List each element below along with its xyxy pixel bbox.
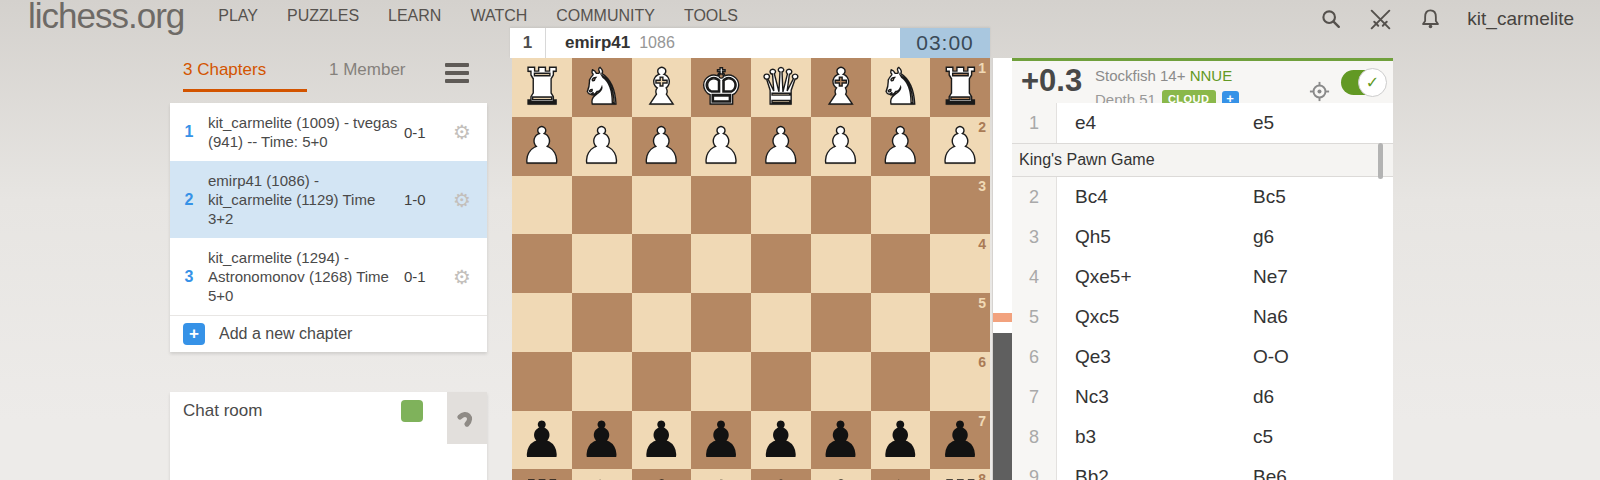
move-list: 1e4e5King's Pawn Game2Bc4Bc53Qh5g64Qxe5+…: [1012, 103, 1393, 480]
square-c6[interactable]: [811, 352, 871, 411]
white-move[interactable]: Qxc5: [1057, 306, 1235, 328]
bell-icon[interactable]: [1419, 7, 1442, 31]
square-d4[interactable]: [751, 234, 811, 293]
rank-coordinate: 7: [978, 413, 986, 429]
black-p-piece: ♟: [938, 415, 983, 465]
square-g2[interactable]: ♟: [572, 117, 632, 176]
black-move[interactable]: d6: [1235, 386, 1393, 408]
engine-toggle[interactable]: ✓: [1341, 70, 1383, 95]
square-h2[interactable]: ♟: [512, 117, 572, 176]
square-b2[interactable]: ♟: [871, 117, 931, 176]
engine-header: +0.3 Stockfish 14+ NNUE Depth 51 CLOUD +…: [1012, 58, 1393, 103]
move-row: 2Bc4Bc5: [1012, 177, 1393, 217]
chapter-list: 1kit_carmelite (1009) - tvegas (941) -- …: [170, 103, 487, 315]
rank-coordinate: 4: [978, 236, 986, 252]
square-g1[interactable]: ♞: [572, 58, 632, 117]
square-d2[interactable]: ♟: [751, 117, 811, 176]
gear-icon[interactable]: ⚙: [449, 188, 475, 212]
move-number: 1: [1012, 103, 1057, 143]
black-move[interactable]: Be6: [1235, 466, 1393, 480]
move-row: 9Bb2Be6: [1012, 457, 1393, 480]
square-c2[interactable]: ♟: [811, 117, 871, 176]
move-row: 7Nc3d6: [1012, 377, 1393, 417]
practice-target-icon[interactable]: [1308, 80, 1331, 103]
lichess-study-page: lichess.org PLAYPUZZLESLEARNWATCHCOMMUNI…: [0, 0, 1600, 480]
black-n-piece: ♞: [579, 474, 624, 480]
square-e5[interactable]: [691, 293, 751, 352]
rank-coordinate: 6: [978, 354, 986, 370]
player-rating: 1086: [639, 34, 675, 52]
square-d8[interactable]: ♛: [751, 469, 811, 480]
square-b4[interactable]: [871, 234, 931, 293]
square-c3[interactable]: [811, 176, 871, 235]
black-move[interactable]: e5: [1235, 112, 1393, 134]
white-k-piece: ♚: [699, 62, 744, 112]
square-c5[interactable]: [811, 293, 871, 352]
chapter-row[interactable]: 3kit_carmelite (1294) - Astronomonov (12…: [170, 238, 487, 315]
move-number: 9: [1012, 457, 1057, 480]
black-n-piece: ♞: [878, 474, 923, 480]
nav-item-play[interactable]: PLAY: [218, 7, 258, 25]
square-e4[interactable]: [691, 234, 751, 293]
black-p-piece: ♟: [519, 415, 564, 465]
chapter-row[interactable]: 2emirp41 (1086) - kit_carmelite (1129) T…: [170, 161, 487, 238]
move-number: 6: [1012, 337, 1057, 377]
square-e2[interactable]: ♟: [691, 117, 751, 176]
move-number: 4: [1012, 257, 1057, 297]
chapter-title: kit_carmelite (1009) - tvegas (941) -- T…: [208, 113, 404, 151]
square-c1[interactable]: ♝: [811, 58, 871, 117]
square-e6[interactable]: [691, 352, 751, 411]
eval-gauge-black-side: [993, 333, 1012, 480]
white-move[interactable]: Bc4: [1057, 186, 1235, 208]
white-p-piece: ♟: [818, 121, 863, 171]
square-f8[interactable]: ♝: [632, 469, 692, 480]
player-clock: 03:00: [900, 28, 990, 58]
plus-icon: +: [183, 323, 205, 345]
rank-coordinate: 5: [978, 295, 986, 311]
engine-name: Stockfish 14+: [1095, 67, 1185, 84]
white-p-piece: ♟: [758, 121, 803, 171]
move-row: 3Qh5g6: [1012, 217, 1393, 257]
black-p-piece: ♟: [579, 415, 624, 465]
square-h5[interactable]: [512, 293, 572, 352]
square-g4[interactable]: [572, 234, 632, 293]
square-b1[interactable]: ♞: [871, 58, 931, 117]
black-b-piece: ♝: [639, 474, 684, 480]
square-f4[interactable]: [632, 234, 692, 293]
white-b-piece: ♝: [639, 62, 684, 112]
black-move[interactable]: Ne7: [1235, 266, 1393, 288]
nav-item-community[interactable]: COMMUNITY: [556, 7, 655, 25]
move-row: 4Qxe5+Ne7: [1012, 257, 1393, 297]
square-e7[interactable]: ♟: [691, 411, 751, 470]
square-e1[interactable]: ♚: [691, 58, 751, 117]
gear-icon[interactable]: ⚙: [449, 265, 475, 289]
white-move[interactable]: e4: [1057, 112, 1235, 134]
square-d6[interactable]: [751, 352, 811, 411]
engine-toggle-knob: ✓: [1358, 68, 1387, 97]
engine-eval: +0.3: [1021, 63, 1082, 99]
square-b5[interactable]: [871, 293, 931, 352]
move-row: 5Qxc5Na6: [1012, 297, 1393, 337]
rank-coordinate: 8: [978, 471, 986, 480]
move-row: 8b3c5: [1012, 417, 1393, 457]
square-h3[interactable]: [512, 176, 572, 235]
square-b7[interactable]: ♟: [871, 411, 931, 470]
square-a8[interactable]: ♜8: [930, 469, 990, 480]
square-h8[interactable]: ♜: [512, 469, 572, 480]
square-a2[interactable]: ♟2: [930, 117, 990, 176]
engine-depth: Depth 51: [1095, 91, 1156, 104]
move-number: 7: [1012, 377, 1057, 417]
move-list-scrollbar[interactable]: [1378, 143, 1383, 179]
chapter-number-tab[interactable]: 1: [510, 28, 546, 58]
add-chapter-button[interactable]: + Add a new chapter: [170, 315, 487, 352]
chapter-row[interactable]: 1kit_carmelite (1009) - tvegas (941) -- …: [170, 103, 487, 161]
square-h7[interactable]: ♟: [512, 411, 572, 470]
opening-name: King's Pawn Game: [1012, 143, 1393, 177]
chapter-title: emirp41 (1086) - kit_carmelite (1129) Ti…: [208, 171, 404, 228]
square-d3[interactable]: [751, 176, 811, 235]
square-h4[interactable]: [512, 234, 572, 293]
chess-board[interactable]: ♜♞♝♚♛♝♞♜1♟♟♟♟♟♟♟♟23456♟♟♟♟♟♟♟♟7♜♞♝♚♛♝♞♜8: [512, 58, 990, 480]
eval-gauge-marker: [993, 313, 1012, 322]
black-p-piece: ♟: [818, 415, 863, 465]
white-move[interactable]: Bb2: [1057, 466, 1235, 480]
white-move[interactable]: b3: [1057, 426, 1235, 448]
chat-panel: Chat room: [170, 392, 487, 480]
square-f3[interactable]: [632, 176, 692, 235]
tab-members[interactable]: 1 Member: [329, 60, 406, 80]
white-r-piece: ♜: [938, 62, 983, 112]
move-number: 2: [1012, 177, 1057, 217]
square-a5[interactable]: 5: [930, 293, 990, 352]
white-move[interactable]: Qxe5+: [1057, 266, 1235, 288]
square-e3[interactable]: [691, 176, 751, 235]
square-a7[interactable]: ♟7: [930, 411, 990, 470]
add-chapter-label: Add a new chapter: [219, 325, 352, 343]
black-move[interactable]: c5: [1235, 426, 1393, 448]
square-c8[interactable]: ♝: [811, 469, 871, 480]
white-r-piece: ♜: [519, 62, 564, 112]
white-n-piece: ♞: [579, 62, 624, 112]
move-number: 3: [1012, 217, 1057, 257]
black-p-piece: ♟: [699, 415, 744, 465]
black-r-piece: ♜: [519, 474, 564, 480]
rank-coordinate: 3: [978, 178, 986, 194]
square-d5[interactable]: [751, 293, 811, 352]
square-d7[interactable]: ♟: [751, 411, 811, 470]
crossed-swords-icon[interactable]: [1367, 6, 1394, 33]
square-c7[interactable]: ♟: [811, 411, 871, 470]
white-n-piece: ♞: [878, 62, 923, 112]
black-b-piece: ♝: [818, 474, 863, 480]
white-move[interactable]: Nc3: [1057, 386, 1235, 408]
black-p-piece: ♟: [878, 415, 923, 465]
nav-item-tools[interactable]: TOOLS: [684, 7, 738, 25]
square-a1[interactable]: ♜1: [930, 58, 990, 117]
username[interactable]: kit_carmelite: [1467, 8, 1574, 30]
chat-toggle[interactable]: [401, 400, 423, 422]
gear-icon[interactable]: ⚙: [449, 120, 475, 144]
chapter-number: 1: [170, 123, 208, 141]
rank-coordinate: 2: [978, 119, 986, 135]
black-move[interactable]: g6: [1235, 226, 1393, 248]
square-a4[interactable]: 4: [930, 234, 990, 293]
black-p-piece: ♟: [758, 415, 803, 465]
square-g8[interactable]: ♞: [572, 469, 632, 480]
square-h6[interactable]: [512, 352, 572, 411]
move-row: 6Qe3O-O: [1012, 337, 1393, 377]
black-move[interactable]: Na6: [1235, 306, 1393, 328]
chapter-title: kit_carmelite (1294) - Astronomonov (126…: [208, 248, 404, 305]
square-g5[interactable]: [572, 293, 632, 352]
player-bar: 1 emirp41 1086 03:00: [510, 28, 990, 58]
square-b3[interactable]: [871, 176, 931, 235]
square-c4[interactable]: [811, 234, 871, 293]
player-name[interactable]: emirp41: [565, 33, 630, 53]
white-b-piece: ♝: [818, 62, 863, 112]
square-g3[interactable]: [572, 176, 632, 235]
square-b8[interactable]: ♞: [871, 469, 931, 480]
square-d1[interactable]: ♛: [751, 58, 811, 117]
black-k-piece: ♚: [699, 474, 744, 480]
study-tabs: 3 Chapters 1 Member: [170, 60, 487, 103]
rank-coordinate: 1: [978, 60, 986, 76]
square-b6[interactable]: [871, 352, 931, 411]
square-f2[interactable]: ♟: [632, 117, 692, 176]
square-f5[interactable]: [632, 293, 692, 352]
eval-gauge: [992, 58, 1012, 480]
chapter-result: 1-0: [404, 191, 449, 208]
nav-item-learn[interactable]: LEARN: [388, 7, 441, 25]
black-r-piece: ♜: [938, 474, 983, 480]
white-q-piece: ♛: [758, 62, 803, 112]
tab-chapters[interactable]: 3 Chapters: [183, 60, 307, 92]
voice-chat-phone-icon: [455, 405, 479, 429]
square-a6[interactable]: 6: [930, 352, 990, 411]
square-f7[interactable]: ♟: [632, 411, 692, 470]
chapter-result: 0-1: [404, 124, 449, 141]
white-p-piece: ♟: [519, 121, 564, 171]
chapter-number: 3: [170, 268, 208, 286]
search-icon[interactable]: [1320, 8, 1342, 30]
square-e8[interactable]: ♚: [691, 469, 751, 480]
hamburger-menu-icon[interactable]: [445, 63, 469, 87]
chat-room-title: Chat room: [183, 401, 262, 421]
chapters-panel: 1kit_carmelite (1009) - tvegas (941) -- …: [170, 103, 487, 352]
black-move[interactable]: Bc5: [1235, 186, 1393, 208]
black-p-piece: ♟: [639, 415, 684, 465]
engine-plus-button[interactable]: +: [1222, 91, 1239, 104]
nav-item-puzzles[interactable]: PUZZLES: [287, 7, 359, 25]
white-p-piece: ♟: [699, 121, 744, 171]
square-g7[interactable]: ♟: [572, 411, 632, 470]
lichess-logo[interactable]: lichess.org: [28, 0, 184, 36]
white-move[interactable]: Qe3: [1057, 346, 1235, 368]
white-p-piece: ♟: [878, 121, 923, 171]
white-p-piece: ♟: [579, 121, 624, 171]
nav-menu: PLAYPUZZLESLEARNWATCHCOMMUNITYTOOLS: [218, 7, 738, 25]
engine-name-line: Stockfish 14+ NNUE: [1095, 67, 1232, 84]
nnue-label: NNUE: [1190, 67, 1233, 84]
black-move[interactable]: O-O: [1235, 346, 1393, 368]
square-a3[interactable]: 3: [930, 176, 990, 235]
nav-right: kit_carmelite: [1320, 0, 1574, 38]
engine-depth-line: Depth 51 CLOUD +: [1095, 90, 1239, 103]
square-g6[interactable]: [572, 352, 632, 411]
chapter-result: 0-1: [404, 268, 449, 285]
white-p-piece: ♟: [639, 121, 684, 171]
white-p-piece: ♟: [938, 121, 983, 171]
cloud-badge: CLOUD: [1162, 90, 1216, 103]
move-number: 5: [1012, 297, 1057, 337]
square-f6[interactable]: [632, 352, 692, 411]
chapter-number: 2: [170, 191, 208, 209]
move-row: 1e4e5: [1012, 103, 1393, 143]
square-h1[interactable]: ♜: [512, 58, 572, 117]
square-f1[interactable]: ♝: [632, 58, 692, 117]
voice-chat-button[interactable]: [447, 392, 487, 444]
white-move[interactable]: Qh5: [1057, 226, 1235, 248]
black-q-piece: ♛: [758, 474, 803, 480]
nav-item-watch[interactable]: WATCH: [470, 7, 527, 25]
move-number: 8: [1012, 417, 1057, 457]
